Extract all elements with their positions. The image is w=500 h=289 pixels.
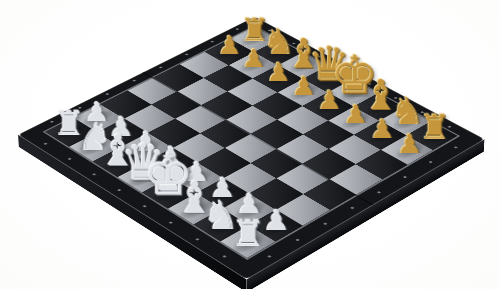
product-photo: ♜♞♝♛♚♝♞♜♟♟♟♟♟♟♟♟♟♟♟♟♟♟♟♟♜♞♝♛♚♝♞♜	[0, 0, 500, 289]
pawn-glyph: ♟	[396, 128, 422, 162]
chess-board: ♜♞♝♛♚♝♞♜♟♟♟♟♟♟♟♟♟♟♟♟♟♟♟♟♜♞♝♛♚♝♞♜	[18, 17, 485, 280]
pieces-layer: ♜♞♝♛♚♝♞♜♟♟♟♟♟♟♟♟♟♟♟♟♟♟♟♟♜♞♝♛♚♝♞♜	[18, 17, 485, 280]
